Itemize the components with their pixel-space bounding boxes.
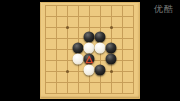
white-stone[interactable]	[95, 43, 106, 54]
black-stone[interactable]: △	[84, 54, 95, 65]
star-point	[66, 26, 69, 29]
black-stone[interactable]	[106, 54, 117, 65]
go-board[interactable]: △	[40, 2, 140, 99]
star-point	[110, 26, 113, 29]
black-stone[interactable]	[73, 43, 84, 54]
black-stone[interactable]	[95, 32, 106, 43]
star-point	[110, 70, 113, 73]
black-stone[interactable]	[106, 43, 117, 54]
white-stone[interactable]	[84, 65, 95, 76]
youku-watermark: 优酷	[154, 4, 174, 14]
video-frame[interactable]: △ 优酷	[0, 0, 180, 101]
star-point	[66, 70, 69, 73]
white-stone[interactable]	[84, 43, 95, 54]
last-move-triangle-icon: △	[84, 54, 95, 65]
black-stone[interactable]	[84, 32, 95, 43]
board-grid: △	[45, 5, 134, 94]
black-stone[interactable]	[95, 65, 106, 76]
white-stone[interactable]	[73, 54, 84, 65]
